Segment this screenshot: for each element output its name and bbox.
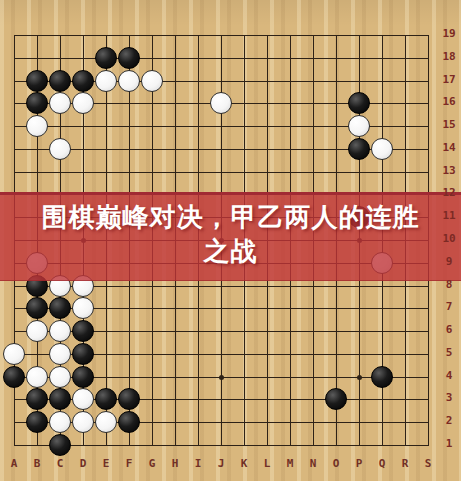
col-label-S: S [418,457,438,472]
col-label-B: B [27,457,47,472]
stone-white-C4[interactable] [49,366,71,388]
col-label-Q: Q [372,457,392,472]
row-label-16: 16 [437,95,461,111]
stone-white-E17[interactable] [95,70,117,92]
col-label-L: L [257,457,277,472]
col-label-H: H [165,457,185,472]
stone-white-B4[interactable] [26,366,48,388]
col-label-N: N [303,457,323,472]
row-label-14: 14 [437,141,461,157]
stone-black-P16[interactable] [348,92,370,114]
stone-white-C6[interactable] [49,320,71,342]
stone-white-E2[interactable] [95,411,117,433]
row-label-15: 15 [437,118,461,134]
stone-black-O3[interactable] [325,388,347,410]
stone-white-D7[interactable] [72,297,94,319]
stone-black-E3[interactable] [95,388,117,410]
stone-white-F17[interactable] [118,70,140,92]
row-label-13: 13 [437,164,461,180]
row-label-17: 17 [437,73,461,89]
grid-line-horizontal [14,58,429,59]
star-point-P4 [357,375,362,380]
star-point-J4 [219,375,224,380]
row-label-10: 10 [437,232,461,248]
grid-line-horizontal [14,35,429,36]
row-label-2: 2 [437,414,461,430]
col-label-K: K [234,457,254,472]
row-label-3: 3 [437,391,461,407]
stone-black-B16[interactable] [26,92,48,114]
stone-black-C7[interactable] [49,297,71,319]
stone-black-P14[interactable] [348,138,370,160]
row-label-1: 1 [437,437,461,453]
stone-white-A5[interactable] [3,343,25,365]
banner-title: 围棋巅峰对决，甲乙两人的连胜 之战 [0,200,461,268]
stone-black-D6[interactable] [72,320,94,342]
row-label-7: 7 [437,300,461,316]
stone-black-C17[interactable] [49,70,71,92]
stone-white-J16[interactable] [210,92,232,114]
stone-white-B15[interactable] [26,115,48,137]
stone-white-G17[interactable] [141,70,163,92]
col-label-F: F [119,457,139,472]
stone-black-D17[interactable] [72,70,94,92]
stone-black-B2[interactable] [26,411,48,433]
title-line-1: 围棋巅峰对决，甲乙两人的连胜 [42,202,420,232]
stone-white-Q14[interactable] [371,138,393,160]
col-label-O: O [326,457,346,472]
stone-black-D4[interactable] [72,366,94,388]
stone-black-Q4[interactable] [371,366,393,388]
row-label-18: 18 [437,50,461,66]
stone-black-D5[interactable] [72,343,94,365]
row-label-12: 12 [437,186,461,202]
col-label-D: D [73,457,93,472]
stone-black-F3[interactable] [118,388,140,410]
stone-white-B6[interactable] [26,320,48,342]
stone-black-B3[interactable] [26,388,48,410]
stone-black-C3[interactable] [49,388,71,410]
stone-black-F2[interactable] [118,411,140,433]
col-label-A: A [4,457,24,472]
stone-black-E18[interactable] [95,47,117,69]
stone-black-C1[interactable] [49,434,71,456]
stone-white-D16[interactable] [72,92,94,114]
stone-white-D2[interactable] [72,411,94,433]
row-label-9: 9 [437,255,461,271]
col-label-P: P [349,457,369,472]
col-label-I: I [188,457,208,472]
stone-white-C5[interactable] [49,343,71,365]
stone-black-F18[interactable] [118,47,140,69]
stone-black-B17[interactable] [26,70,48,92]
col-label-E: E [96,457,116,472]
row-label-5: 5 [437,346,461,362]
row-label-6: 6 [437,323,461,339]
stone-white-C2[interactable] [49,411,71,433]
stone-white-C14[interactable] [49,138,71,160]
stone-white-C16[interactable] [49,92,71,114]
title-banner: 围棋巅峰对决，甲乙两人的连胜 之战 [0,192,461,281]
row-label-8: 8 [437,278,461,294]
col-label-C: C [50,457,70,472]
row-label-4: 4 [437,369,461,385]
col-label-J: J [211,457,231,472]
stone-white-D3[interactable] [72,388,94,410]
stone-white-P15[interactable] [348,115,370,137]
row-label-11: 11 [437,209,461,225]
grid-line-horizontal [14,445,429,446]
grid-line-horizontal [14,172,429,173]
col-label-R: R [395,457,415,472]
col-label-G: G [142,457,162,472]
go-board: ABCDEFGHIJKLMNOPQRS191817161514131211109… [0,0,461,481]
row-label-19: 19 [437,27,461,43]
stone-black-B7[interactable] [26,297,48,319]
col-label-M: M [280,457,300,472]
title-line-2: 之战 [204,236,258,266]
stone-black-A4[interactable] [3,366,25,388]
